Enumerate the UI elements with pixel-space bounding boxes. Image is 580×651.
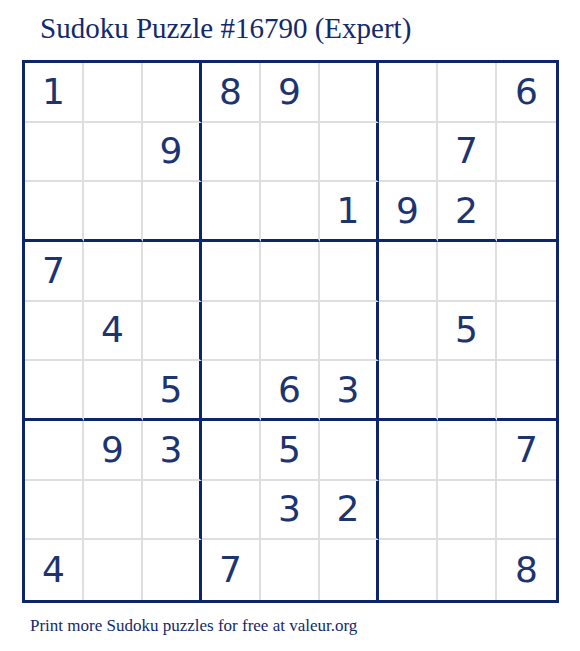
cell-r1c2[interactable] [84, 63, 143, 123]
cell-r2c4[interactable] [202, 123, 261, 183]
cell-r2c2[interactable] [84, 123, 143, 183]
cell-r6c3[interactable]: 5 [143, 361, 202, 421]
cell-r4c9[interactable] [497, 242, 556, 302]
page-title: Sudoku Puzzle #16790 (Expert) [40, 12, 411, 45]
cell-r6c6[interactable]: 3 [320, 361, 379, 421]
cell-r7c8[interactable] [438, 421, 497, 481]
cell-r4c4[interactable] [202, 242, 261, 302]
cell-r3c8[interactable]: 2 [438, 182, 497, 242]
cell-r3c1[interactable] [25, 182, 84, 242]
cell-r8c1[interactable] [25, 481, 84, 541]
cell-r7c6[interactable] [320, 421, 379, 481]
cell-r5c2[interactable]: 4 [84, 302, 143, 362]
cell-r2c9[interactable] [497, 123, 556, 183]
cell-r5c6[interactable] [320, 302, 379, 362]
cell-r9c8[interactable] [438, 540, 497, 600]
cell-r4c5[interactable] [261, 242, 320, 302]
cell-r4c3[interactable] [143, 242, 202, 302]
cell-r9c2[interactable] [84, 540, 143, 600]
cell-r7c2[interactable]: 9 [84, 421, 143, 481]
cell-r4c7[interactable] [379, 242, 438, 302]
cell-r9c6[interactable] [320, 540, 379, 600]
cell-r1c5[interactable]: 9 [261, 63, 320, 123]
cell-r6c1[interactable] [25, 361, 84, 421]
cell-r1c7[interactable] [379, 63, 438, 123]
cell-r3c4[interactable] [202, 182, 261, 242]
cell-r3c6[interactable]: 1 [320, 182, 379, 242]
cell-r6c7[interactable] [379, 361, 438, 421]
cell-r4c8[interactable] [438, 242, 497, 302]
cell-r2c1[interactable] [25, 123, 84, 183]
sudoku-board: 189697192745563935732478 [22, 60, 559, 603]
cell-r3c5[interactable] [261, 182, 320, 242]
cell-r6c9[interactable] [497, 361, 556, 421]
cell-r5c3[interactable] [143, 302, 202, 362]
cell-r7c5[interactable]: 5 [261, 421, 320, 481]
cell-r6c5[interactable]: 6 [261, 361, 320, 421]
cell-r2c3[interactable]: 9 [143, 123, 202, 183]
cell-r6c4[interactable] [202, 361, 261, 421]
cell-r6c2[interactable] [84, 361, 143, 421]
cell-r8c5[interactable]: 3 [261, 481, 320, 541]
cell-r3c7[interactable]: 9 [379, 182, 438, 242]
cell-r4c1[interactable]: 7 [25, 242, 84, 302]
cell-r4c2[interactable] [84, 242, 143, 302]
cell-r1c8[interactable] [438, 63, 497, 123]
cell-r2c6[interactable] [320, 123, 379, 183]
cell-r8c8[interactable] [438, 481, 497, 541]
cell-r9c5[interactable] [261, 540, 320, 600]
cell-r2c8[interactable]: 7 [438, 123, 497, 183]
cell-r9c1[interactable]: 4 [25, 540, 84, 600]
cell-r5c7[interactable] [379, 302, 438, 362]
cell-r4c6[interactable] [320, 242, 379, 302]
cell-r9c9[interactable]: 8 [497, 540, 556, 600]
cell-r5c5[interactable] [261, 302, 320, 362]
cell-r8c6[interactable]: 2 [320, 481, 379, 541]
cell-r9c4[interactable]: 7 [202, 540, 261, 600]
cell-r9c3[interactable] [143, 540, 202, 600]
cell-r8c7[interactable] [379, 481, 438, 541]
cell-r8c4[interactable] [202, 481, 261, 541]
cell-r1c1[interactable]: 1 [25, 63, 84, 123]
cell-r9c7[interactable] [379, 540, 438, 600]
cell-r7c9[interactable]: 7 [497, 421, 556, 481]
cell-r3c9[interactable] [497, 182, 556, 242]
page: Sudoku Puzzle #16790 (Expert) 1896971927… [0, 0, 580, 651]
cell-r3c3[interactable] [143, 182, 202, 242]
cell-r7c4[interactable] [202, 421, 261, 481]
cell-r8c3[interactable] [143, 481, 202, 541]
cell-r3c2[interactable] [84, 182, 143, 242]
cell-r7c7[interactable] [379, 421, 438, 481]
cell-r5c9[interactable] [497, 302, 556, 362]
cell-r1c6[interactable] [320, 63, 379, 123]
cell-r1c9[interactable]: 6 [497, 63, 556, 123]
cell-r6c8[interactable] [438, 361, 497, 421]
cell-r1c4[interactable]: 8 [202, 63, 261, 123]
cell-r5c4[interactable] [202, 302, 261, 362]
cell-r5c1[interactable] [25, 302, 84, 362]
footer-text: Print more Sudoku puzzles for free at va… [30, 616, 357, 636]
cell-r7c1[interactable] [25, 421, 84, 481]
cell-r8c2[interactable] [84, 481, 143, 541]
cell-r2c7[interactable] [379, 123, 438, 183]
cell-r1c3[interactable] [143, 63, 202, 123]
cell-r2c5[interactable] [261, 123, 320, 183]
cell-r5c8[interactable]: 5 [438, 302, 497, 362]
cell-r7c3[interactable]: 3 [143, 421, 202, 481]
cell-r8c9[interactable] [497, 481, 556, 541]
